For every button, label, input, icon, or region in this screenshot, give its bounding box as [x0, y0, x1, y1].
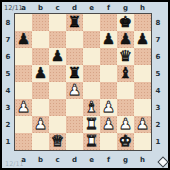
ghost-clock-label: 12/11	[5, 160, 24, 168]
black-pawn[interactable]: ♟	[102, 31, 115, 48]
rank-label-8: 8	[153, 14, 163, 31]
file-label-d: d	[66, 3, 83, 13]
white-rook[interactable]: ♜	[85, 133, 98, 150]
black-rook[interactable]: ♜	[68, 14, 81, 31]
file-label-c: c	[49, 3, 66, 13]
square-d3[interactable]	[66, 99, 83, 116]
square-b1[interactable]	[32, 133, 49, 150]
rank-label-5: 5	[3, 65, 13, 82]
square-b8[interactable]	[32, 14, 49, 31]
square-a1[interactable]	[15, 133, 32, 150]
rank-label-8: 8	[3, 14, 13, 31]
square-a8[interactable]	[15, 14, 32, 31]
white-pawn[interactable]: ♟	[102, 116, 115, 133]
rank-labels-right: 87654321	[153, 14, 163, 150]
file-label-a: a	[15, 3, 32, 13]
rank-label-6: 6	[3, 48, 13, 65]
square-f8[interactable]	[100, 14, 117, 31]
white-pawn[interactable]: ♟	[102, 99, 115, 116]
square-b7[interactable]	[32, 31, 49, 48]
square-e1[interactable]: ♜	[83, 133, 100, 150]
file-label-d: d	[66, 153, 83, 166]
chess-board-window: 12/11 abcdefgh 87654321 ♜♚♟♟♟♟♟♛♟♜♝♟♟♝♟♟…	[0, 0, 170, 170]
black-pawn[interactable]: ♟	[34, 65, 47, 82]
square-c4[interactable]	[49, 82, 66, 99]
square-g4[interactable]	[117, 82, 134, 99]
rank-label-5: 5	[153, 65, 163, 82]
square-h3[interactable]	[134, 99, 151, 116]
chess-board[interactable]: ♜♚♟♟♟♟♟♛♟♜♝♟♟♝♟♟♜♟♟♟♛♜♚	[14, 13, 152, 151]
square-a6[interactable]	[15, 48, 32, 65]
square-f2[interactable]: ♟	[100, 116, 117, 133]
square-b6[interactable]	[32, 48, 49, 65]
square-f4[interactable]	[100, 82, 117, 99]
white-queen[interactable]: ♛	[51, 133, 64, 150]
file-label-e: e	[83, 3, 100, 13]
rank-label-1: 1	[153, 133, 163, 150]
square-f6[interactable]	[100, 48, 117, 65]
square-a3[interactable]: ♟	[15, 99, 32, 116]
white-pawn[interactable]: ♟	[68, 82, 81, 99]
square-g7[interactable]: ♟	[117, 31, 134, 48]
square-c2[interactable]	[49, 116, 66, 133]
square-d2[interactable]	[66, 116, 83, 133]
square-c5[interactable]	[49, 65, 66, 82]
square-b5[interactable]: ♟	[32, 65, 49, 82]
black-bishop[interactable]: ♝	[119, 65, 132, 82]
file-label-b: b	[32, 153, 49, 166]
square-d5[interactable]: ♜	[66, 65, 83, 82]
white-pawn[interactable]: ♟	[34, 116, 47, 133]
white-to-move-diamond-icon	[157, 156, 168, 167]
black-rook[interactable]: ♜	[68, 65, 81, 82]
square-e7[interactable]	[83, 31, 100, 48]
file-label-h: h	[134, 3, 151, 13]
rank-label-4: 4	[3, 82, 13, 99]
square-d1[interactable]	[66, 133, 83, 150]
square-e8[interactable]	[83, 14, 100, 31]
file-label-b: b	[32, 3, 49, 13]
white-pawn[interactable]: ♟	[119, 116, 132, 133]
square-h7[interactable]: ♟	[134, 31, 151, 48]
file-label-h: h	[134, 153, 151, 166]
rank-label-7: 7	[3, 31, 13, 48]
square-a2[interactable]	[15, 116, 32, 133]
rank-label-7: 7	[153, 31, 163, 48]
black-pawn[interactable]: ♟	[136, 31, 149, 48]
square-h5[interactable]	[134, 65, 151, 82]
square-d6[interactable]	[66, 48, 83, 65]
square-f7[interactable]: ♟	[100, 31, 117, 48]
square-c7[interactable]	[49, 31, 66, 48]
square-e3[interactable]: ♝	[83, 99, 100, 116]
white-rook[interactable]: ♜	[85, 116, 98, 133]
file-label-f: f	[100, 3, 117, 13]
square-c3[interactable]	[49, 99, 66, 116]
square-d8[interactable]: ♜	[66, 14, 83, 31]
rank-label-3: 3	[3, 99, 13, 116]
file-label-c: c	[49, 153, 66, 166]
square-d4[interactable]: ♟	[66, 82, 83, 99]
black-pawn[interactable]: ♟	[17, 31, 30, 48]
square-f5[interactable]	[100, 65, 117, 82]
square-g5[interactable]: ♝	[117, 65, 134, 82]
square-h4[interactable]	[134, 82, 151, 99]
square-g6[interactable]: ♛	[117, 48, 134, 65]
square-b2[interactable]: ♟	[32, 116, 49, 133]
rank-label-1: 1	[3, 133, 13, 150]
rank-label-2: 2	[3, 116, 13, 133]
square-d7[interactable]	[66, 31, 83, 48]
square-h6[interactable]	[134, 48, 151, 65]
black-pawn[interactable]: ♟	[119, 31, 132, 48]
white-pawn[interactable]: ♟	[136, 116, 149, 133]
square-g3[interactable]	[117, 99, 134, 116]
square-h2[interactable]: ♟	[134, 116, 151, 133]
square-e4[interactable]	[83, 82, 100, 99]
rank-label-4: 4	[153, 82, 163, 99]
square-c1[interactable]: ♛	[49, 133, 66, 150]
square-b4[interactable]	[32, 82, 49, 99]
square-g1[interactable]: ♚	[117, 133, 134, 150]
file-label-f: f	[100, 153, 117, 166]
rank-label-3: 3	[153, 99, 163, 116]
square-c6[interactable]: ♟	[49, 48, 66, 65]
square-c8[interactable]	[49, 14, 66, 31]
square-f1[interactable]	[100, 133, 117, 150]
square-a5[interactable]	[15, 65, 32, 82]
file-label-e: e	[83, 153, 100, 166]
black-pawn[interactable]: ♟	[51, 48, 64, 65]
square-e6[interactable]	[83, 48, 100, 65]
rank-label-6: 6	[153, 48, 163, 65]
file-label-g: g	[117, 3, 134, 13]
white-pawn[interactable]: ♟	[17, 99, 30, 116]
square-a4[interactable]	[15, 82, 32, 99]
square-e2[interactable]: ♜	[83, 116, 100, 133]
square-f3[interactable]: ♟	[100, 99, 117, 116]
square-h8[interactable]	[134, 14, 151, 31]
rank-label-2: 2	[153, 116, 163, 133]
square-b3[interactable]	[32, 99, 49, 116]
black-queen[interactable]: ♛	[119, 48, 132, 65]
white-king[interactable]: ♚	[119, 133, 132, 150]
file-label-g: g	[117, 153, 134, 166]
white-bishop[interactable]: ♝	[85, 99, 98, 116]
square-g8[interactable]: ♚	[117, 14, 134, 31]
file-labels-top: abcdefgh	[15, 3, 151, 13]
square-h1[interactable]	[134, 133, 151, 150]
square-a7[interactable]: ♟	[15, 31, 32, 48]
rank-labels-left: 87654321	[3, 14, 13, 150]
square-g2[interactable]: ♟	[117, 116, 134, 133]
file-labels-bottom: abcdefgh	[15, 153, 151, 166]
black-king[interactable]: ♚	[119, 14, 132, 31]
square-e5[interactable]	[83, 65, 100, 82]
